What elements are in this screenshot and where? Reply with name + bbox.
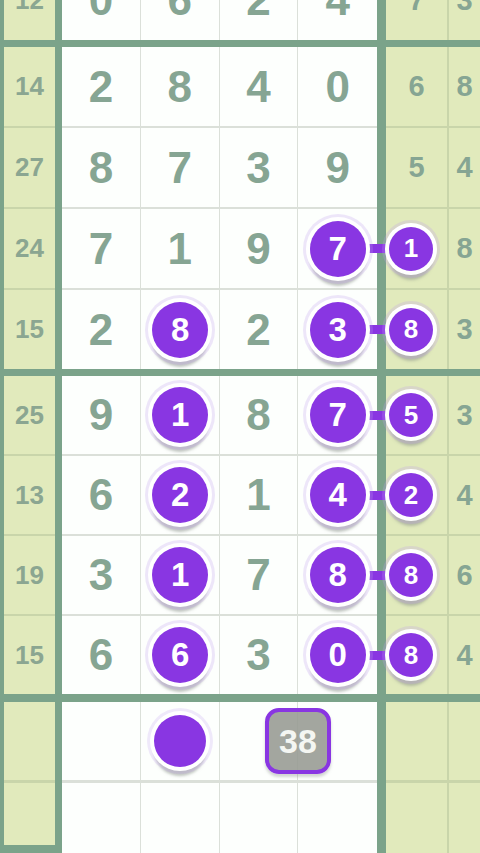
aux-digit: 7 (408, 0, 424, 17)
grid-cell-r8-c2[interactable]: 1 (141, 536, 220, 614)
cell-digit: 9 (325, 143, 349, 193)
main-grid-row (62, 783, 377, 853)
cell-digit: 9 (89, 390, 113, 440)
main-grid-row: 7197 (62, 209, 377, 288)
selected-digit-circle[interactable]: 8 (310, 547, 366, 603)
grid-cell-rx-c1[interactable] (62, 783, 141, 853)
label-grid-border (55, 456, 62, 534)
aux-cell-1[interactable]: 8 (386, 290, 447, 369)
puzzle-row (0, 783, 480, 853)
selected-aux-circle[interactable]: 8 (389, 633, 433, 677)
grid-aux-border (377, 47, 386, 126)
aux-cell-1[interactable] (386, 783, 447, 853)
cell-digit: 2 (89, 305, 113, 355)
grid-cell-r3-c4[interactable]: 9 (298, 128, 377, 207)
grid-cell-r1-c1[interactable]: 0 (62, 0, 141, 40)
grid-cell-r7-c2[interactable]: 2 (141, 456, 220, 534)
cell-digit: 2 (246, 305, 270, 355)
aux-digit: 5 (408, 151, 424, 184)
row-sum-label: 27 (4, 128, 55, 207)
main-grid-row: 0624 (62, 0, 377, 40)
grid-aux-border (377, 128, 386, 207)
row-sum-label: 25 (4, 376, 55, 454)
selected-digit-circle[interactable]: 7 (310, 221, 366, 277)
label-grid-border (55, 47, 62, 126)
aux-digit-2: 6 (456, 559, 472, 592)
row-sum-label: 19 (4, 536, 55, 614)
row-sum-label: 15 (4, 616, 55, 694)
selected-aux-circle[interactable]: 8 (389, 553, 433, 597)
grid-cell-r2-c3[interactable]: 4 (220, 47, 299, 126)
aux-cell-2[interactable] (449, 783, 480, 853)
selected-digit-circle[interactable]: 6 (152, 627, 208, 683)
selected-aux-circle[interactable]: 5 (389, 393, 433, 437)
row-sum-label (4, 783, 55, 853)
grid-cell-r2-c2[interactable]: 8 (141, 47, 220, 126)
cell-digit: 4 (246, 62, 270, 112)
aux-cell-1[interactable]: 6 (386, 47, 447, 126)
grid-cell-r7-c4[interactable]: 4 (298, 456, 377, 534)
cell-digit: 6 (89, 470, 113, 520)
cell-digit: 0 (325, 62, 349, 112)
aux-cell-2[interactable]: 4 (449, 128, 480, 207)
cell-digit: 3 (246, 630, 270, 680)
aux-digit: 6 (408, 70, 424, 103)
aux-cell-2[interactable]: 3 (449, 0, 480, 40)
grid-cell-r9-c4[interactable]: 0 (298, 616, 377, 694)
cell-digit: 0 (89, 0, 113, 25)
grid-cell-r6-c1[interactable]: 9 (62, 376, 141, 454)
group-divider (0, 369, 480, 376)
cell-digit: 2 (89, 62, 113, 112)
cell-digit: 4 (325, 0, 349, 25)
main-grid-row: 9187 (62, 376, 377, 454)
selected-aux-circle[interactable]: 2 (389, 473, 433, 517)
selected-aux-circle[interactable]: 8 (389, 308, 433, 352)
grid-aux-border (377, 0, 386, 40)
grid-aux-border (377, 783, 386, 853)
aux-cell-1[interactable] (386, 702, 447, 780)
grid-cell-r9-c1[interactable]: 6 (62, 616, 141, 694)
aux-digit-2: 8 (456, 70, 472, 103)
row-sum-label: 15 (4, 290, 55, 369)
row-sum-label (4, 702, 55, 780)
grid-cell-r5-c3[interactable]: 2 (220, 290, 299, 369)
board-border-patch (0, 845, 62, 853)
cell-digit: 3 (89, 550, 113, 600)
aux-digit-2: 3 (456, 0, 472, 17)
row-sum-label: 13 (4, 456, 55, 534)
grid-cell-r4-c3[interactable]: 9 (220, 209, 299, 288)
aux-cell-2[interactable]: 4 (449, 616, 480, 694)
puzzle-row: 13621424 (0, 456, 480, 534)
main-grid-row: 6214 (62, 456, 377, 534)
grid-cell-r1-c2[interactable]: 6 (141, 0, 220, 40)
label-grid-border (55, 290, 62, 369)
label-grid-border (55, 783, 62, 853)
main-grid-row: 8739 (62, 128, 377, 207)
grid-cell-r4-c4[interactable]: 7 (298, 209, 377, 288)
cell-digit: 3 (246, 143, 270, 193)
cell-digit: 6 (89, 630, 113, 680)
aux-digit-2: 4 (456, 639, 472, 672)
cell-digit: 8 (167, 62, 191, 112)
puzzle-row: 24719718 (0, 209, 480, 288)
label-grid-border (55, 0, 62, 40)
puzzle-screen: 1206247314284068278739542471971815282383… (0, 0, 480, 853)
aux-digit-2: 4 (456, 479, 472, 512)
aux-digit-2: 3 (456, 313, 472, 346)
selected-digit-circle[interactable]: 3 (310, 302, 366, 358)
cell-digit: 7 (89, 224, 113, 274)
label-grid-border (55, 209, 62, 288)
label-grid-border (55, 376, 62, 454)
puzzle-row: 15282383 (0, 290, 480, 369)
selected-digit-circle[interactable]: 8 (152, 302, 208, 358)
puzzle-row: 19317886 (0, 536, 480, 614)
cell-digit: 8 (246, 390, 270, 440)
cell-digit: 6 (167, 0, 191, 25)
cell-digit: 7 (167, 143, 191, 193)
counter-badge: 38 (265, 708, 331, 774)
cell-digit: 1 (246, 470, 270, 520)
puzzle-row: 15663084 (0, 616, 480, 694)
aux-cell-1[interactable]: 2 (386, 456, 447, 534)
aux-digit-2: 3 (456, 399, 472, 432)
grid-cell-r7-c3[interactable]: 1 (220, 456, 299, 534)
grid-cell-r3-c3[interactable]: 3 (220, 128, 299, 207)
grid-cell-r9-c2[interactable]: 6 (141, 616, 220, 694)
label-grid-border (55, 128, 62, 207)
grid-cell-r6-c4[interactable]: 7 (298, 376, 377, 454)
aux-cell-2[interactable]: 4 (449, 456, 480, 534)
grid-cell-r5-c1[interactable]: 2 (62, 290, 141, 369)
aux-cell-2[interactable] (449, 702, 480, 780)
selected-digit-circle[interactable]: 4 (310, 467, 366, 523)
grid-cell-r6-c3[interactable]: 8 (220, 376, 299, 454)
selected-digit-circle[interactable]: 1 (152, 547, 208, 603)
cell-digit: 7 (246, 550, 270, 600)
grid-cell-r8-c3[interactable]: 7 (220, 536, 299, 614)
cell-digit: 8 (89, 143, 113, 193)
main-grid-row: 2823 (62, 290, 377, 369)
aux-cell-1[interactable]: 1 (386, 209, 447, 288)
puzzle-row: 12062473 (0, 0, 480, 40)
row-sum-label: 24 (4, 209, 55, 288)
grid-cell-rx-c2[interactable] (141, 783, 220, 853)
aux-cell-2[interactable]: 3 (449, 290, 480, 369)
grid-cell-r9-c3[interactable]: 3 (220, 616, 299, 694)
main-grid-row: 2840 (62, 47, 377, 126)
aux-cell-1[interactable]: 7 (386, 0, 447, 40)
grid-cell-r1-c3[interactable]: 2 (220, 0, 299, 40)
aux-cell-2[interactable]: 8 (449, 209, 480, 288)
grid-cell-rx-c3[interactable] (220, 783, 299, 853)
selected-digit-circle[interactable]: 0 (310, 627, 366, 683)
label-grid-border (55, 702, 62, 780)
label-grid-border (55, 536, 62, 614)
aux-cell-2[interactable]: 6 (449, 536, 480, 614)
drag-dot[interactable] (154, 715, 206, 767)
aux-cell-1[interactable]: 8 (386, 616, 447, 694)
group-divider (0, 40, 480, 47)
puzzle-row: 25918753 (0, 376, 480, 454)
board: 1206247314284068278739542471971815282383… (0, 0, 480, 853)
aux-cell-1[interactable]: 8 (386, 536, 447, 614)
row-sum-label: 12 (4, 0, 55, 40)
aux-cell-2[interactable]: 3 (449, 376, 480, 454)
grid-cell-rx-c2[interactable] (141, 702, 220, 780)
cell-digit: 9 (246, 224, 270, 274)
grid-cell-r1-c4[interactable]: 4 (298, 0, 377, 40)
aux-cell-1[interactable]: 5 (386, 128, 447, 207)
grid-cell-r3-c1[interactable]: 8 (62, 128, 141, 207)
grid-aux-border (377, 702, 386, 780)
aux-cell-2[interactable]: 8 (449, 47, 480, 126)
grid-cell-r4-c1[interactable]: 7 (62, 209, 141, 288)
main-grid-row: 6630 (62, 616, 377, 694)
aux-digit-2: 4 (456, 151, 472, 184)
grid-cell-rx-c1[interactable] (62, 702, 141, 780)
main-grid-row: 3178 (62, 536, 377, 614)
selected-digit-circle[interactable]: 2 (152, 467, 208, 523)
grid-cell-r8-c1[interactable]: 3 (62, 536, 141, 614)
grid-cell-r8-c4[interactable]: 8 (298, 536, 377, 614)
label-grid-border (55, 616, 62, 694)
group-divider (0, 694, 480, 702)
selected-digit-circle[interactable]: 7 (310, 387, 366, 443)
grid-cell-r4-c2[interactable]: 1 (141, 209, 220, 288)
selected-aux-circle[interactable]: 1 (389, 227, 433, 271)
cell-digit: 1 (167, 224, 191, 274)
grid-cell-r2-c4[interactable]: 0 (298, 47, 377, 126)
grid-cell-r3-c2[interactable]: 7 (141, 128, 220, 207)
cell-digit: 2 (246, 0, 270, 25)
grid-cell-r7-c1[interactable]: 6 (62, 456, 141, 534)
grid-cell-r5-c2[interactable]: 8 (141, 290, 220, 369)
puzzle-row: 27873954 (0, 128, 480, 207)
selected-digit-circle[interactable]: 1 (152, 387, 208, 443)
aux-digit-2: 8 (456, 232, 472, 265)
puzzle-row: 14284068 (0, 47, 480, 126)
grid-cell-r5-c4[interactable]: 3 (298, 290, 377, 369)
aux-cell-1[interactable]: 5 (386, 376, 447, 454)
row-sum-label: 14 (4, 47, 55, 126)
grid-cell-r2-c1[interactable]: 2 (62, 47, 141, 126)
footer-row: 38 (0, 702, 480, 780)
grid-cell-rx-c4[interactable] (298, 783, 377, 853)
grid-cell-r6-c2[interactable]: 1 (141, 376, 220, 454)
